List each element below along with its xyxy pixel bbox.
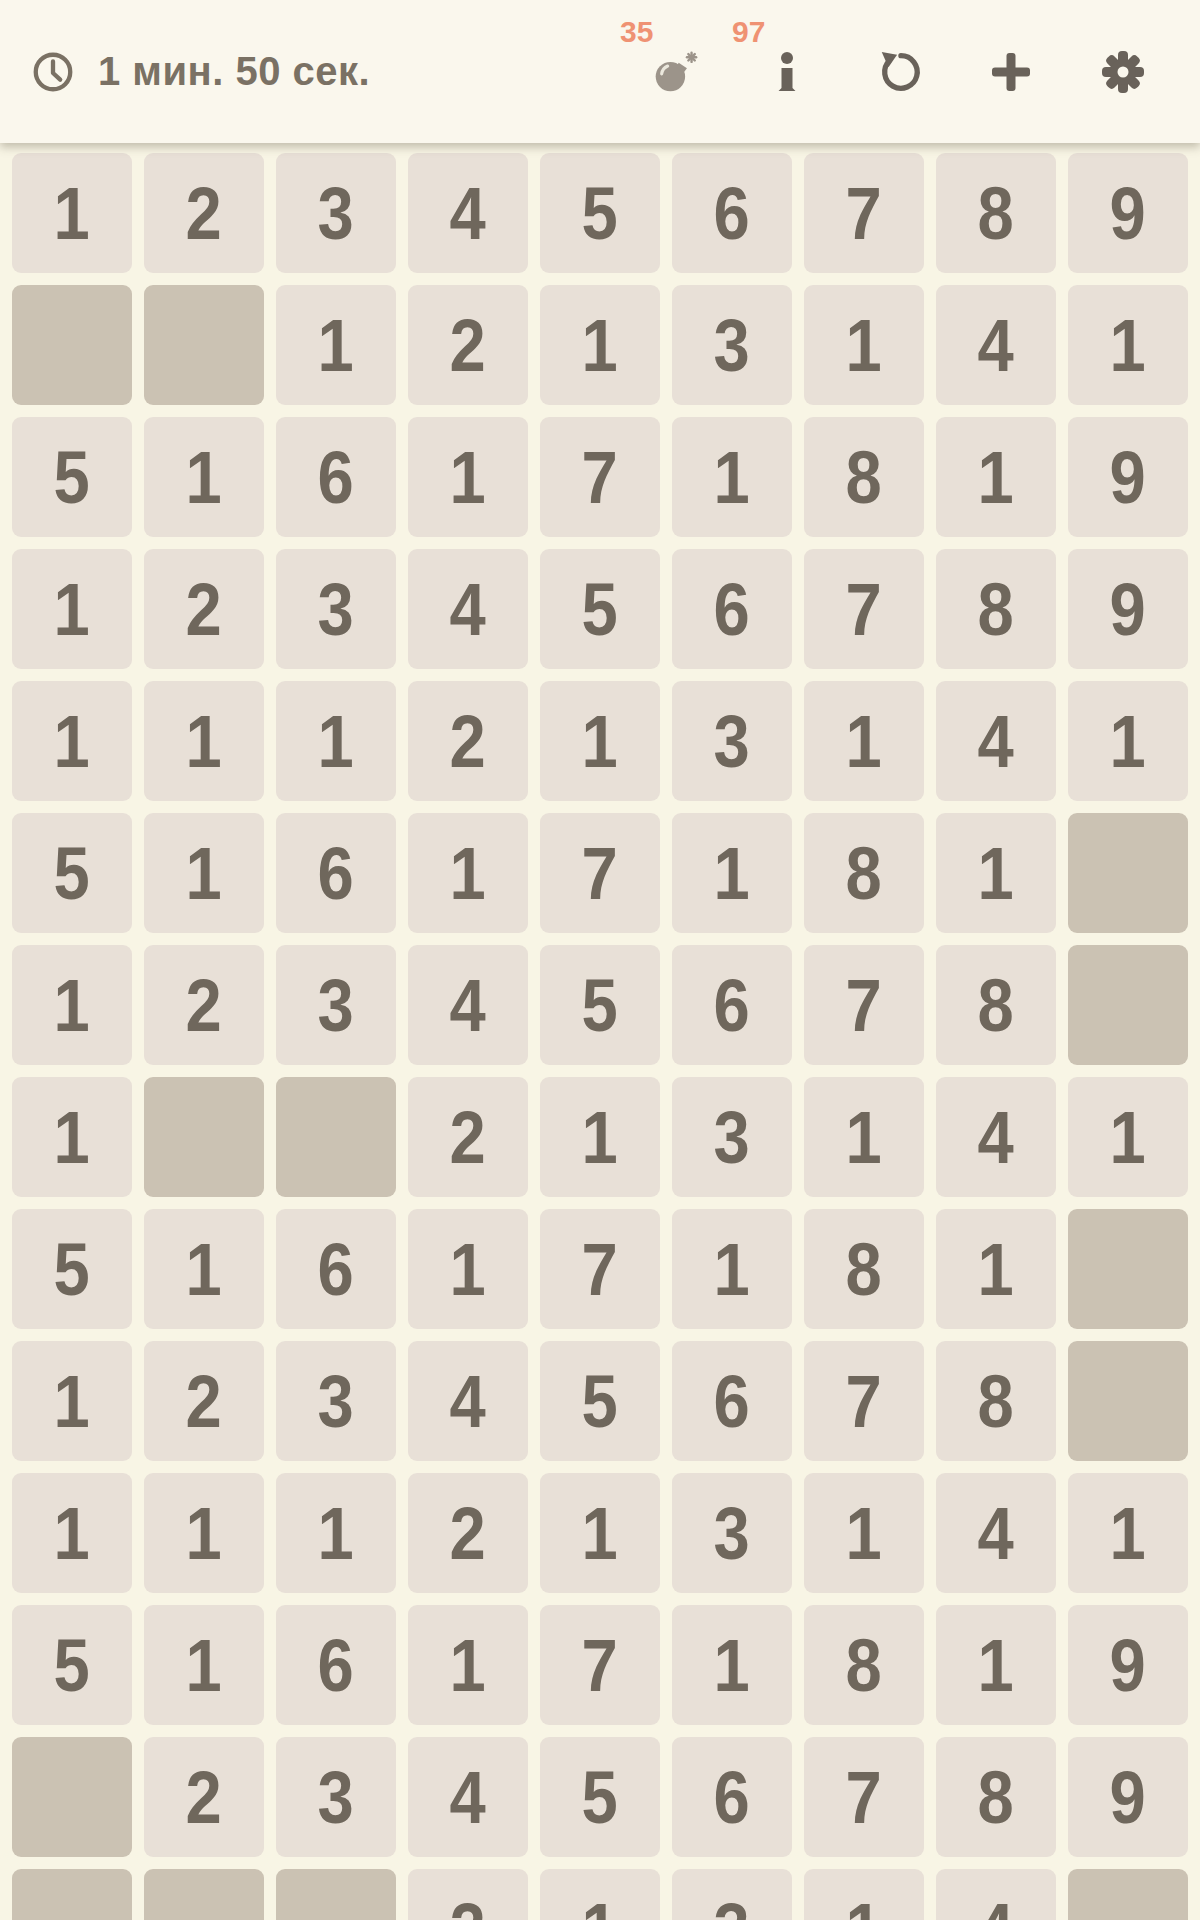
cell-r7c4[interactable]: 4 — [408, 945, 528, 1065]
cell-r5c1[interactable]: 1 — [12, 681, 132, 801]
cell-r9c8[interactable]: 1 — [936, 1209, 1056, 1329]
cell-r11c2[interactable]: 1 — [144, 1473, 264, 1593]
cell-r8c8[interactable]: 4 — [936, 1077, 1056, 1197]
add-button[interactable] — [988, 49, 1034, 95]
bomb-icon — [652, 47, 698, 97]
cell-r6c3[interactable]: 6 — [276, 813, 396, 933]
undo-icon — [876, 48, 922, 96]
timer-label: 1 мин. 50 сек. — [98, 49, 370, 94]
settings-icon — [1100, 49, 1146, 95]
cell-r14c3 — [276, 1869, 396, 1920]
undo-button[interactable] — [876, 49, 922, 95]
cell-r12c6[interactable]: 1 — [672, 1605, 792, 1725]
cell-r3c3[interactable]: 6 — [276, 417, 396, 537]
cell-r7c5[interactable]: 5 — [540, 945, 660, 1065]
cell-r3c9[interactable]: 9 — [1068, 417, 1188, 537]
cell-r3c7[interactable]: 8 — [804, 417, 924, 537]
info-count-badge: 97 — [732, 17, 765, 47]
cell-r13c6[interactable]: 6 — [672, 1737, 792, 1857]
cell-r8c4[interactable]: 2 — [408, 1077, 528, 1197]
info-icon — [764, 49, 810, 95]
cell-r2c3[interactable]: 1 — [276, 285, 396, 405]
info-button[interactable]: 97 — [764, 49, 810, 95]
cell-r1c2[interactable]: 2 — [144, 153, 264, 273]
cell-r13c3[interactable]: 3 — [276, 1737, 396, 1857]
cell-r14c5[interactable]: 1 — [540, 1869, 660, 1920]
cell-r10c2[interactable]: 2 — [144, 1341, 264, 1461]
cell-r8c7[interactable]: 1 — [804, 1077, 924, 1197]
cell-r2c9[interactable]: 1 — [1068, 285, 1188, 405]
cell-r12c2[interactable]: 1 — [144, 1605, 264, 1725]
cell-r8c6[interactable]: 3 — [672, 1077, 792, 1197]
game-board: 1234567891213141516171819123456789111213… — [0, 143, 1200, 1920]
cell-r4c9[interactable]: 9 — [1068, 549, 1188, 669]
cell-r2c6[interactable]: 3 — [672, 285, 792, 405]
cell-r2c8[interactable]: 4 — [936, 285, 1056, 405]
cell-r5c8[interactable]: 4 — [936, 681, 1056, 801]
cell-r11c7[interactable]: 1 — [804, 1473, 924, 1593]
cell-r9c2[interactable]: 1 — [144, 1209, 264, 1329]
cell-r1c4[interactable]: 4 — [408, 153, 528, 273]
cell-r13c1 — [12, 1737, 132, 1857]
cell-r10c7[interactable]: 7 — [804, 1341, 924, 1461]
cell-r7c9 — [1068, 945, 1188, 1065]
cell-r9c7[interactable]: 8 — [804, 1209, 924, 1329]
cell-r8c3 — [276, 1077, 396, 1197]
cell-r3c2[interactable]: 1 — [144, 417, 264, 537]
cell-r11c3[interactable]: 1 — [276, 1473, 396, 1593]
cell-r6c1[interactable]: 5 — [12, 813, 132, 933]
cell-r6c7[interactable]: 8 — [804, 813, 924, 933]
cell-r4c7[interactable]: 7 — [804, 549, 924, 669]
cell-r1c6[interactable]: 6 — [672, 153, 792, 273]
toolbar-icons: 35 97 — [652, 0, 1146, 143]
cell-r5c4[interactable]: 2 — [408, 681, 528, 801]
cell-r2c5[interactable]: 1 — [540, 285, 660, 405]
cell-r12c3[interactable]: 6 — [276, 1605, 396, 1725]
cell-r1c3[interactable]: 3 — [276, 153, 396, 273]
cell-r8c1[interactable]: 1 — [12, 1077, 132, 1197]
cell-r12c5[interactable]: 7 — [540, 1605, 660, 1725]
cell-r4c3[interactable]: 3 — [276, 549, 396, 669]
cell-r1c9[interactable]: 9 — [1068, 153, 1188, 273]
cell-r10c5[interactable]: 5 — [540, 1341, 660, 1461]
cell-r3c1[interactable]: 5 — [12, 417, 132, 537]
cell-r12c4[interactable]: 1 — [408, 1605, 528, 1725]
cell-r9c1[interactable]: 5 — [12, 1209, 132, 1329]
cell-r2c7[interactable]: 1 — [804, 285, 924, 405]
cell-r1c5[interactable]: 5 — [540, 153, 660, 273]
cell-r9c6[interactable]: 1 — [672, 1209, 792, 1329]
cell-r8c9[interactable]: 1 — [1068, 1077, 1188, 1197]
cell-r6c2[interactable]: 1 — [144, 813, 264, 933]
cell-r7c3[interactable]: 3 — [276, 945, 396, 1065]
cell-r5c7[interactable]: 1 — [804, 681, 924, 801]
settings-button[interactable] — [1100, 49, 1146, 95]
cell-r6c9 — [1068, 813, 1188, 933]
cell-r3c6[interactable]: 1 — [672, 417, 792, 537]
cell-r1c1[interactable]: 1 — [12, 153, 132, 273]
cell-r7c6[interactable]: 6 — [672, 945, 792, 1065]
cell-r13c9[interactable]: 9 — [1068, 1737, 1188, 1857]
cell-r4c5[interactable]: 5 — [540, 549, 660, 669]
clock-icon — [30, 49, 76, 95]
cell-r11c6[interactable]: 3 — [672, 1473, 792, 1593]
cell-r14c6[interactable]: 3 — [672, 1869, 792, 1920]
cell-r2c4[interactable]: 2 — [408, 285, 528, 405]
cell-r11c9[interactable]: 1 — [1068, 1473, 1188, 1593]
cell-r3c4[interactable]: 1 — [408, 417, 528, 537]
cell-r1c8[interactable]: 8 — [936, 153, 1056, 273]
bomb-button[interactable]: 35 — [652, 49, 698, 95]
cell-r13c7[interactable]: 7 — [804, 1737, 924, 1857]
cell-r10c3[interactable]: 3 — [276, 1341, 396, 1461]
cell-r12c8[interactable]: 1 — [936, 1605, 1056, 1725]
timer-group: 1 мин. 50 сек. — [30, 49, 370, 95]
cell-r5c5[interactable]: 1 — [540, 681, 660, 801]
cell-r3c5[interactable]: 7 — [540, 417, 660, 537]
cell-r9c4[interactable]: 1 — [408, 1209, 528, 1329]
cell-r5c9[interactable]: 1 — [1068, 681, 1188, 801]
cell-r9c3[interactable]: 6 — [276, 1209, 396, 1329]
cell-r4c4[interactable]: 4 — [408, 549, 528, 669]
cell-r7c8[interactable]: 8 — [936, 945, 1056, 1065]
cell-r14c9 — [1068, 1869, 1188, 1920]
cell-r14c4[interactable]: 2 — [408, 1869, 528, 1920]
cell-r13c5[interactable]: 5 — [540, 1737, 660, 1857]
cell-r14c8[interactable]: 4 — [936, 1869, 1056, 1920]
cell-r12c1[interactable]: 5 — [12, 1605, 132, 1725]
cell-r10c4[interactable]: 4 — [408, 1341, 528, 1461]
cell-r9c9 — [1068, 1209, 1188, 1329]
cell-r12c7[interactable]: 8 — [804, 1605, 924, 1725]
cell-r10c1[interactable]: 1 — [12, 1341, 132, 1461]
cell-r8c5[interactable]: 1 — [540, 1077, 660, 1197]
cell-r1c7[interactable]: 7 — [804, 153, 924, 273]
cell-r6c8[interactable]: 1 — [936, 813, 1056, 933]
cell-r14c1 — [12, 1869, 132, 1920]
cell-r4c1[interactable]: 1 — [12, 549, 132, 669]
cell-r4c6[interactable]: 6 — [672, 549, 792, 669]
cell-r10c6[interactable]: 6 — [672, 1341, 792, 1461]
cell-r10c8[interactable]: 8 — [936, 1341, 1056, 1461]
bomb-count-badge: 35 — [620, 17, 653, 47]
cell-r7c2[interactable]: 2 — [144, 945, 264, 1065]
cell-r5c3[interactable]: 1 — [276, 681, 396, 801]
cell-r6c4[interactable]: 1 — [408, 813, 528, 933]
cell-r6c6[interactable]: 1 — [672, 813, 792, 933]
cell-r13c4[interactable]: 4 — [408, 1737, 528, 1857]
top-bar: 1 мин. 50 сек. 35 97 — [0, 0, 1200, 143]
cell-r8c2 — [144, 1077, 264, 1197]
cell-r9c5[interactable]: 7 — [540, 1209, 660, 1329]
cell-r6c5[interactable]: 7 — [540, 813, 660, 933]
cell-r3c8[interactable]: 1 — [936, 417, 1056, 537]
add-icon — [988, 49, 1034, 95]
cell-r10c9 — [1068, 1341, 1188, 1461]
cell-r2c1 — [12, 285, 132, 405]
cell-r13c2[interactable]: 2 — [144, 1737, 264, 1857]
cell-r11c8[interactable]: 4 — [936, 1473, 1056, 1593]
cell-r5c2[interactable]: 1 — [144, 681, 264, 801]
cell-r11c5[interactable]: 1 — [540, 1473, 660, 1593]
cell-r2c2 — [144, 285, 264, 405]
cell-r4c2[interactable]: 2 — [144, 549, 264, 669]
cell-r5c6[interactable]: 3 — [672, 681, 792, 801]
cell-r11c4[interactable]: 2 — [408, 1473, 528, 1593]
cell-r4c8[interactable]: 8 — [936, 549, 1056, 669]
cell-r12c9[interactable]: 9 — [1068, 1605, 1188, 1725]
cell-r14c2 — [144, 1869, 264, 1920]
cell-r14c7[interactable]: 1 — [804, 1869, 924, 1920]
cell-r7c1[interactable]: 1 — [12, 945, 132, 1065]
cell-r11c1[interactable]: 1 — [12, 1473, 132, 1593]
cell-r13c8[interactable]: 8 — [936, 1737, 1056, 1857]
cell-r7c7[interactable]: 7 — [804, 945, 924, 1065]
